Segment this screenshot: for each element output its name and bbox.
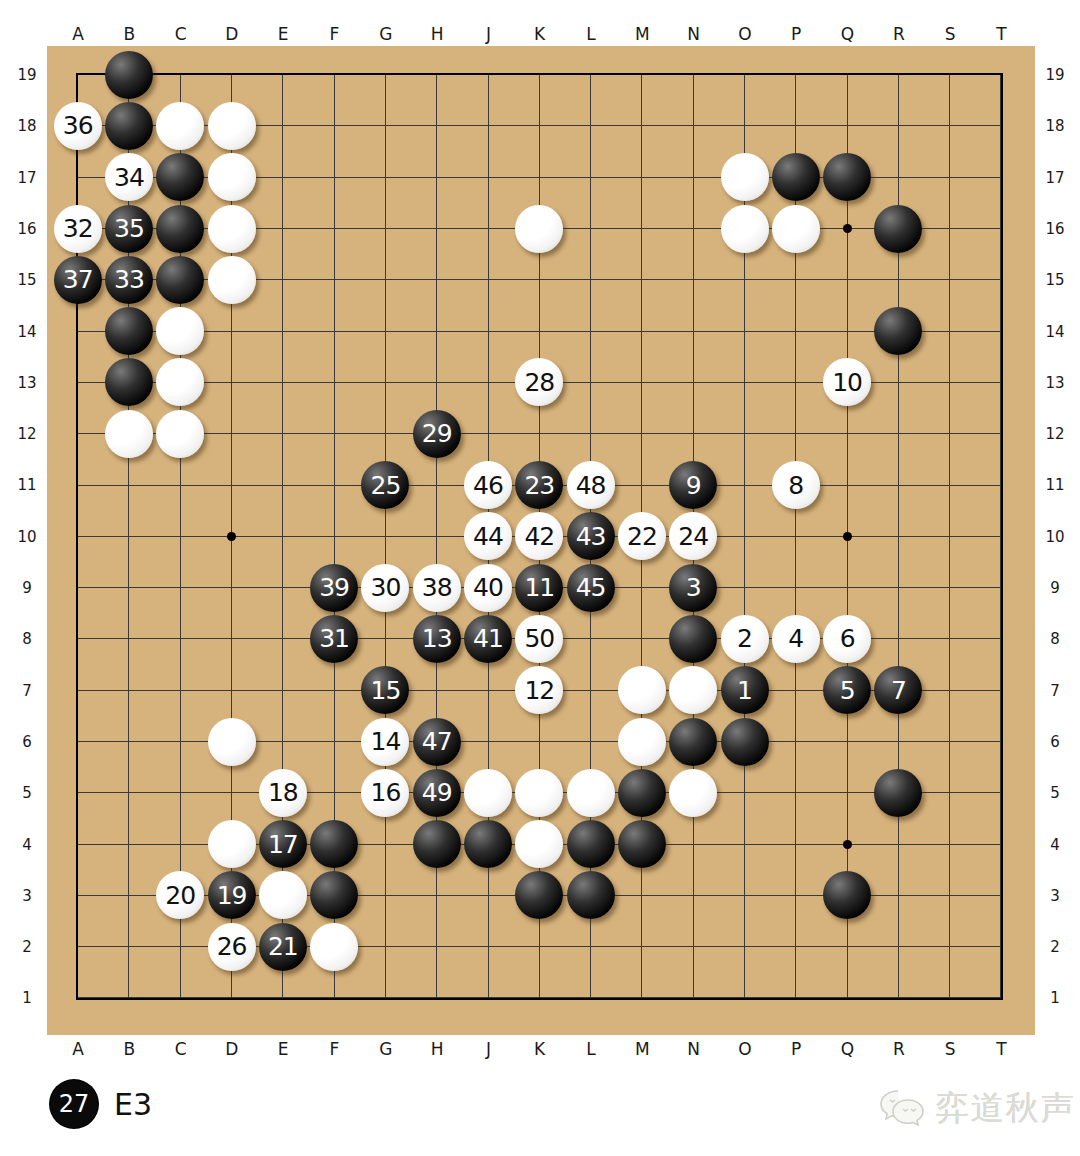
intersection-P16[interactable]	[770, 203, 821, 254]
intersection-J15[interactable]	[462, 254, 513, 305]
intersection-B4[interactable]	[103, 818, 154, 869]
intersection-F13[interactable]	[308, 357, 359, 408]
intersection-K4[interactable]	[514, 818, 565, 869]
intersection-G2[interactable]	[360, 921, 411, 972]
intersection-S6[interactable]	[924, 716, 975, 767]
intersection-K2[interactable]	[514, 921, 565, 972]
intersection-B10[interactable]	[103, 511, 154, 562]
intersection-B18[interactable]	[103, 100, 154, 151]
intersection-K18[interactable]	[514, 100, 565, 151]
intersection-P11[interactable]: 8	[770, 459, 821, 510]
intersection-T19[interactable]	[975, 49, 1026, 100]
intersection-M13[interactable]	[616, 357, 667, 408]
intersection-N8[interactable]	[668, 613, 719, 664]
intersection-E6[interactable]	[257, 716, 308, 767]
intersection-F7[interactable]	[308, 665, 359, 716]
intersection-D17[interactable]	[206, 152, 257, 203]
intersection-M11[interactable]	[616, 459, 667, 510]
intersection-E9[interactable]	[257, 562, 308, 613]
intersection-A10[interactable]	[52, 511, 103, 562]
intersection-L6[interactable]	[565, 716, 616, 767]
intersection-E14[interactable]	[257, 305, 308, 356]
intersection-K1[interactable]	[514, 972, 565, 1023]
intersection-E7[interactable]	[257, 665, 308, 716]
intersection-K15[interactable]	[514, 254, 565, 305]
intersection-R15[interactable]	[873, 254, 924, 305]
intersection-K7[interactable]: 12	[514, 665, 565, 716]
intersection-D3[interactable]: 19	[206, 870, 257, 921]
intersection-Q10[interactable]	[821, 511, 872, 562]
intersection-N10[interactable]: 24	[668, 511, 719, 562]
intersection-T2[interactable]	[975, 921, 1026, 972]
intersection-N4[interactable]	[668, 818, 719, 869]
intersection-R8[interactable]	[873, 613, 924, 664]
intersection-O10[interactable]	[719, 511, 770, 562]
intersection-N6[interactable]	[668, 716, 719, 767]
intersection-G13[interactable]	[360, 357, 411, 408]
intersection-N19[interactable]	[668, 49, 719, 100]
intersection-N1[interactable]	[668, 972, 719, 1023]
intersection-K12[interactable]	[514, 408, 565, 459]
intersection-T15[interactable]	[975, 254, 1026, 305]
intersection-Q5[interactable]	[821, 767, 872, 818]
intersection-O2[interactable]	[719, 921, 770, 972]
intersection-C11[interactable]	[155, 459, 206, 510]
intersection-N11[interactable]: 9	[668, 459, 719, 510]
intersection-R3[interactable]	[873, 870, 924, 921]
intersection-P2[interactable]	[770, 921, 821, 972]
intersection-N12[interactable]	[668, 408, 719, 459]
intersection-A15[interactable]: 37	[52, 254, 103, 305]
intersection-G11[interactable]: 25	[360, 459, 411, 510]
intersection-G3[interactable]	[360, 870, 411, 921]
intersection-P13[interactable]	[770, 357, 821, 408]
intersection-S19[interactable]	[924, 49, 975, 100]
intersection-G4[interactable]	[360, 818, 411, 869]
intersection-E11[interactable]	[257, 459, 308, 510]
intersection-O3[interactable]	[719, 870, 770, 921]
intersection-D14[interactable]	[206, 305, 257, 356]
intersection-Q18[interactable]	[821, 100, 872, 151]
intersection-H5[interactable]: 49	[411, 767, 462, 818]
intersection-S16[interactable]	[924, 203, 975, 254]
intersection-Q11[interactable]	[821, 459, 872, 510]
intersection-Q6[interactable]	[821, 716, 872, 767]
intersection-H11[interactable]	[411, 459, 462, 510]
intersection-C6[interactable]	[155, 716, 206, 767]
intersection-L10[interactable]: 43	[565, 511, 616, 562]
intersection-R16[interactable]	[873, 203, 924, 254]
intersection-O1[interactable]	[719, 972, 770, 1023]
intersection-A5[interactable]	[52, 767, 103, 818]
intersection-F19[interactable]	[308, 49, 359, 100]
intersection-N17[interactable]	[668, 152, 719, 203]
intersection-C12[interactable]	[155, 408, 206, 459]
intersection-C7[interactable]	[155, 665, 206, 716]
intersection-A16[interactable]: 32	[52, 203, 103, 254]
intersection-Q16[interactable]	[821, 203, 872, 254]
intersection-L7[interactable]	[565, 665, 616, 716]
intersection-L13[interactable]	[565, 357, 616, 408]
intersection-K13[interactable]: 28	[514, 357, 565, 408]
intersection-S13[interactable]	[924, 357, 975, 408]
intersection-J2[interactable]	[462, 921, 513, 972]
intersection-A3[interactable]	[52, 870, 103, 921]
intersection-Q19[interactable]	[821, 49, 872, 100]
intersection-P1[interactable]	[770, 972, 821, 1023]
intersection-C15[interactable]	[155, 254, 206, 305]
intersection-C14[interactable]	[155, 305, 206, 356]
intersection-G18[interactable]	[360, 100, 411, 151]
intersection-P6[interactable]	[770, 716, 821, 767]
intersection-J12[interactable]	[462, 408, 513, 459]
intersection-R19[interactable]	[873, 49, 924, 100]
intersection-G15[interactable]	[360, 254, 411, 305]
intersection-E16[interactable]	[257, 203, 308, 254]
intersection-C1[interactable]	[155, 972, 206, 1023]
intersection-P7[interactable]	[770, 665, 821, 716]
intersection-H10[interactable]	[411, 511, 462, 562]
intersection-J9[interactable]: 40	[462, 562, 513, 613]
intersection-H19[interactable]	[411, 49, 462, 100]
intersection-H1[interactable]	[411, 972, 462, 1023]
intersection-O17[interactable]	[719, 152, 770, 203]
intersection-S5[interactable]	[924, 767, 975, 818]
intersection-K3[interactable]	[514, 870, 565, 921]
intersection-Q12[interactable]	[821, 408, 872, 459]
intersection-M1[interactable]	[616, 972, 667, 1023]
intersection-D6[interactable]	[206, 716, 257, 767]
intersection-R1[interactable]	[873, 972, 924, 1023]
intersection-S10[interactable]	[924, 511, 975, 562]
intersection-M2[interactable]	[616, 921, 667, 972]
intersection-P18[interactable]	[770, 100, 821, 151]
intersection-G10[interactable]	[360, 511, 411, 562]
intersection-G8[interactable]	[360, 613, 411, 664]
intersection-K16[interactable]	[514, 203, 565, 254]
intersection-T12[interactable]	[975, 408, 1026, 459]
intersection-D9[interactable]	[206, 562, 257, 613]
intersection-A1[interactable]	[52, 972, 103, 1023]
intersection-D15[interactable]	[206, 254, 257, 305]
intersection-O12[interactable]	[719, 408, 770, 459]
intersection-O16[interactable]	[719, 203, 770, 254]
intersection-D8[interactable]	[206, 613, 257, 664]
intersection-H4[interactable]	[411, 818, 462, 869]
intersection-E5[interactable]: 18	[257, 767, 308, 818]
intersection-D2[interactable]: 26	[206, 921, 257, 972]
intersection-H18[interactable]	[411, 100, 462, 151]
intersection-B15[interactable]: 33	[103, 254, 154, 305]
intersection-F12[interactable]	[308, 408, 359, 459]
intersection-D1[interactable]	[206, 972, 257, 1023]
intersection-B3[interactable]	[103, 870, 154, 921]
intersection-D5[interactable]	[206, 767, 257, 818]
intersection-T7[interactable]	[975, 665, 1026, 716]
intersection-K17[interactable]	[514, 152, 565, 203]
intersection-M17[interactable]	[616, 152, 667, 203]
intersection-T11[interactable]	[975, 459, 1026, 510]
intersection-L17[interactable]	[565, 152, 616, 203]
intersection-P19[interactable]	[770, 49, 821, 100]
intersection-S15[interactable]	[924, 254, 975, 305]
intersection-L19[interactable]	[565, 49, 616, 100]
intersection-F10[interactable]	[308, 511, 359, 562]
intersection-J10[interactable]: 44	[462, 511, 513, 562]
intersection-M8[interactable]	[616, 613, 667, 664]
intersection-R6[interactable]	[873, 716, 924, 767]
intersection-E15[interactable]	[257, 254, 308, 305]
intersection-Q3[interactable]	[821, 870, 872, 921]
intersection-H14[interactable]	[411, 305, 462, 356]
intersection-L2[interactable]	[565, 921, 616, 972]
intersection-F15[interactable]	[308, 254, 359, 305]
intersection-S18[interactable]	[924, 100, 975, 151]
intersection-J8[interactable]: 41	[462, 613, 513, 664]
intersection-M3[interactable]	[616, 870, 667, 921]
intersection-R7[interactable]: 7	[873, 665, 924, 716]
intersection-J11[interactable]: 46	[462, 459, 513, 510]
intersection-R10[interactable]	[873, 511, 924, 562]
intersection-Q4[interactable]	[821, 818, 872, 869]
intersection-G5[interactable]: 16	[360, 767, 411, 818]
intersection-H7[interactable]	[411, 665, 462, 716]
intersection-M14[interactable]	[616, 305, 667, 356]
intersection-E19[interactable]	[257, 49, 308, 100]
intersection-K10[interactable]: 42	[514, 511, 565, 562]
intersection-P15[interactable]	[770, 254, 821, 305]
intersection-A6[interactable]	[52, 716, 103, 767]
intersection-E8[interactable]	[257, 613, 308, 664]
intersection-M15[interactable]	[616, 254, 667, 305]
intersection-N3[interactable]	[668, 870, 719, 921]
intersection-N5[interactable]	[668, 767, 719, 818]
intersection-J5[interactable]	[462, 767, 513, 818]
intersection-D4[interactable]	[206, 818, 257, 869]
intersection-T16[interactable]	[975, 203, 1026, 254]
intersection-T6[interactable]	[975, 716, 1026, 767]
intersection-C3[interactable]: 20	[155, 870, 206, 921]
intersection-T1[interactable]	[975, 972, 1026, 1023]
intersection-S9[interactable]	[924, 562, 975, 613]
intersection-T8[interactable]	[975, 613, 1026, 664]
intersection-O13[interactable]	[719, 357, 770, 408]
intersection-H2[interactable]	[411, 921, 462, 972]
intersection-D11[interactable]	[206, 459, 257, 510]
intersection-R14[interactable]	[873, 305, 924, 356]
intersection-T3[interactable]	[975, 870, 1026, 921]
intersection-C16[interactable]	[155, 203, 206, 254]
intersection-N16[interactable]	[668, 203, 719, 254]
intersection-A19[interactable]	[52, 49, 103, 100]
intersection-L5[interactable]	[565, 767, 616, 818]
intersection-R18[interactable]	[873, 100, 924, 151]
intersection-O19[interactable]	[719, 49, 770, 100]
intersection-Q1[interactable]	[821, 972, 872, 1023]
intersection-O18[interactable]	[719, 100, 770, 151]
intersection-O9[interactable]	[719, 562, 770, 613]
intersection-P14[interactable]	[770, 305, 821, 356]
intersection-Q9[interactable]	[821, 562, 872, 613]
intersection-Q2[interactable]	[821, 921, 872, 972]
intersection-G9[interactable]: 30	[360, 562, 411, 613]
intersection-A11[interactable]	[52, 459, 103, 510]
intersection-K6[interactable]	[514, 716, 565, 767]
intersection-M9[interactable]	[616, 562, 667, 613]
intersection-K8[interactable]: 50	[514, 613, 565, 664]
intersection-C4[interactable]	[155, 818, 206, 869]
intersection-R5[interactable]	[873, 767, 924, 818]
intersection-B19[interactable]	[103, 49, 154, 100]
intersection-E1[interactable]	[257, 972, 308, 1023]
intersection-R11[interactable]	[873, 459, 924, 510]
intersection-L16[interactable]	[565, 203, 616, 254]
intersection-J1[interactable]	[462, 972, 513, 1023]
intersection-L18[interactable]	[565, 100, 616, 151]
intersection-T13[interactable]	[975, 357, 1026, 408]
intersection-J16[interactable]	[462, 203, 513, 254]
intersection-T5[interactable]	[975, 767, 1026, 818]
intersection-F3[interactable]	[308, 870, 359, 921]
intersection-L15[interactable]	[565, 254, 616, 305]
intersection-Q17[interactable]	[821, 152, 872, 203]
intersection-B6[interactable]	[103, 716, 154, 767]
intersection-H8[interactable]: 13	[411, 613, 462, 664]
intersection-F18[interactable]	[308, 100, 359, 151]
intersection-O6[interactable]	[719, 716, 770, 767]
intersection-F9[interactable]: 39	[308, 562, 359, 613]
intersection-O8[interactable]: 2	[719, 613, 770, 664]
intersection-S8[interactable]	[924, 613, 975, 664]
intersection-M12[interactable]	[616, 408, 667, 459]
intersection-C5[interactable]	[155, 767, 206, 818]
intersection-F8[interactable]: 31	[308, 613, 359, 664]
intersection-N2[interactable]	[668, 921, 719, 972]
intersection-D18[interactable]	[206, 100, 257, 151]
intersection-D16[interactable]	[206, 203, 257, 254]
intersection-A2[interactable]	[52, 921, 103, 972]
intersection-E17[interactable]	[257, 152, 308, 203]
intersection-N9[interactable]: 3	[668, 562, 719, 613]
intersection-C10[interactable]	[155, 511, 206, 562]
intersection-T10[interactable]	[975, 511, 1026, 562]
intersection-R13[interactable]	[873, 357, 924, 408]
intersection-E4[interactable]: 17	[257, 818, 308, 869]
intersection-F2[interactable]	[308, 921, 359, 972]
intersection-A7[interactable]	[52, 665, 103, 716]
intersection-G6[interactable]: 14	[360, 716, 411, 767]
intersection-T14[interactable]	[975, 305, 1026, 356]
intersection-A14[interactable]	[52, 305, 103, 356]
intersection-P3[interactable]	[770, 870, 821, 921]
intersection-F1[interactable]	[308, 972, 359, 1023]
intersection-C8[interactable]	[155, 613, 206, 664]
intersection-B16[interactable]: 35	[103, 203, 154, 254]
intersection-J14[interactable]	[462, 305, 513, 356]
intersection-L9[interactable]: 45	[565, 562, 616, 613]
intersection-D19[interactable]	[206, 49, 257, 100]
intersection-O11[interactable]	[719, 459, 770, 510]
intersection-N15[interactable]	[668, 254, 719, 305]
intersection-B9[interactable]	[103, 562, 154, 613]
intersection-G16[interactable]	[360, 203, 411, 254]
intersection-C13[interactable]	[155, 357, 206, 408]
intersection-D7[interactable]	[206, 665, 257, 716]
intersection-K5[interactable]	[514, 767, 565, 818]
intersection-F4[interactable]	[308, 818, 359, 869]
intersection-L12[interactable]	[565, 408, 616, 459]
intersection-S1[interactable]	[924, 972, 975, 1023]
intersection-H9[interactable]: 38	[411, 562, 462, 613]
intersection-G7[interactable]: 15	[360, 665, 411, 716]
intersection-M4[interactable]	[616, 818, 667, 869]
intersection-B12[interactable]	[103, 408, 154, 459]
intersection-Q15[interactable]	[821, 254, 872, 305]
intersection-O15[interactable]	[719, 254, 770, 305]
intersection-A17[interactable]	[52, 152, 103, 203]
intersection-O7[interactable]: 1	[719, 665, 770, 716]
intersection-P5[interactable]	[770, 767, 821, 818]
intersection-R17[interactable]	[873, 152, 924, 203]
intersection-S14[interactable]	[924, 305, 975, 356]
intersection-A13[interactable]	[52, 357, 103, 408]
intersection-D12[interactable]	[206, 408, 257, 459]
intersection-M6[interactable]	[616, 716, 667, 767]
intersection-T4[interactable]	[975, 818, 1026, 869]
intersection-B14[interactable]	[103, 305, 154, 356]
intersection-J7[interactable]	[462, 665, 513, 716]
intersection-E12[interactable]	[257, 408, 308, 459]
intersection-M7[interactable]	[616, 665, 667, 716]
intersection-M10[interactable]: 22	[616, 511, 667, 562]
intersection-K11[interactable]: 23	[514, 459, 565, 510]
intersection-B1[interactable]	[103, 972, 154, 1023]
intersection-P10[interactable]	[770, 511, 821, 562]
intersection-B13[interactable]	[103, 357, 154, 408]
intersection-O5[interactable]	[719, 767, 770, 818]
intersection-G12[interactable]	[360, 408, 411, 459]
intersection-Q8[interactable]: 6	[821, 613, 872, 664]
intersection-F14[interactable]	[308, 305, 359, 356]
intersection-C18[interactable]	[155, 100, 206, 151]
intersection-H13[interactable]	[411, 357, 462, 408]
intersection-S11[interactable]	[924, 459, 975, 510]
intersection-M19[interactable]	[616, 49, 667, 100]
intersection-K19[interactable]	[514, 49, 565, 100]
intersection-E10[interactable]	[257, 511, 308, 562]
intersection-L1[interactable]	[565, 972, 616, 1023]
intersection-C19[interactable]	[155, 49, 206, 100]
intersection-B5[interactable]	[103, 767, 154, 818]
intersection-Q7[interactable]: 5	[821, 665, 872, 716]
intersection-J3[interactable]	[462, 870, 513, 921]
intersection-S4[interactable]	[924, 818, 975, 869]
intersection-G1[interactable]	[360, 972, 411, 1023]
intersection-S12[interactable]	[924, 408, 975, 459]
intersection-F6[interactable]	[308, 716, 359, 767]
intersection-A12[interactable]	[52, 408, 103, 459]
intersection-S3[interactable]	[924, 870, 975, 921]
intersection-G17[interactable]	[360, 152, 411, 203]
intersection-D13[interactable]	[206, 357, 257, 408]
intersection-R4[interactable]	[873, 818, 924, 869]
intersection-P12[interactable]	[770, 408, 821, 459]
intersection-J17[interactable]	[462, 152, 513, 203]
intersection-S17[interactable]	[924, 152, 975, 203]
intersection-N13[interactable]	[668, 357, 719, 408]
intersection-M5[interactable]	[616, 767, 667, 818]
intersection-F17[interactable]	[308, 152, 359, 203]
